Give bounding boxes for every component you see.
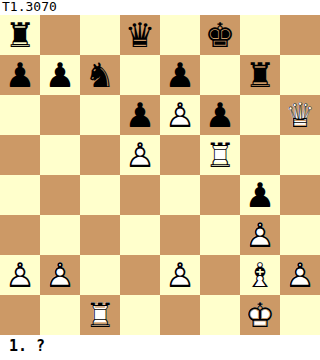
square-b2[interactable]: ♟♙ [40, 255, 80, 295]
white-rook: ♜♖ [80, 295, 120, 335]
square-b5[interactable] [40, 135, 80, 175]
square-b1[interactable] [40, 295, 80, 335]
square-h5[interactable] [280, 135, 320, 175]
square-d1[interactable] [120, 295, 160, 335]
square-d3[interactable] [120, 215, 160, 255]
white-pawn: ♟♙ [280, 255, 320, 295]
square-f3[interactable] [200, 215, 240, 255]
white-pawn: ♟♙ [120, 135, 160, 175]
square-d4[interactable] [120, 175, 160, 215]
square-e1[interactable] [160, 295, 200, 335]
square-b7[interactable]: ♟ [40, 55, 80, 95]
square-g5[interactable] [240, 135, 280, 175]
square-f1[interactable] [200, 295, 240, 335]
square-a8[interactable]: ♜ [0, 15, 40, 55]
square-b6[interactable] [40, 95, 80, 135]
square-a6[interactable] [0, 95, 40, 135]
square-f6[interactable]: ♟ [200, 95, 240, 135]
square-a4[interactable] [0, 175, 40, 215]
square-g3[interactable]: ♟♙ [240, 215, 280, 255]
square-f5[interactable]: ♜♖ [200, 135, 240, 175]
square-d8[interactable]: ♛ [120, 15, 160, 55]
square-d5[interactable]: ♟♙ [120, 135, 160, 175]
white-queen: ♛♕ [280, 95, 320, 135]
square-b8[interactable] [40, 15, 80, 55]
square-h4[interactable] [280, 175, 320, 215]
black-rook: ♜ [0, 15, 40, 55]
square-h6[interactable]: ♛♕ [280, 95, 320, 135]
white-pawn: ♟♙ [160, 255, 200, 295]
square-c3[interactable] [80, 215, 120, 255]
square-c7[interactable]: ♞ [80, 55, 120, 95]
square-c8[interactable] [80, 15, 120, 55]
square-g2[interactable]: ♝♗ [240, 255, 280, 295]
square-a3[interactable] [0, 215, 40, 255]
move-prompt: 1. ? [0, 335, 320, 360]
black-pawn: ♟ [40, 55, 80, 95]
square-c6[interactable] [80, 95, 120, 135]
square-a5[interactable] [0, 135, 40, 175]
white-pawn: ♟♙ [160, 95, 200, 135]
square-b4[interactable] [40, 175, 80, 215]
square-f4[interactable] [200, 175, 240, 215]
black-pawn: ♟ [0, 55, 40, 95]
square-c4[interactable] [80, 175, 120, 215]
square-c2[interactable] [80, 255, 120, 295]
square-e4[interactable] [160, 175, 200, 215]
black-queen: ♛ [120, 15, 160, 55]
square-e2[interactable]: ♟♙ [160, 255, 200, 295]
black-king: ♚ [200, 15, 240, 55]
square-a1[interactable] [0, 295, 40, 335]
square-a2[interactable]: ♟♙ [0, 255, 40, 295]
square-f8[interactable]: ♚ [200, 15, 240, 55]
square-f2[interactable] [200, 255, 240, 295]
square-g8[interactable] [240, 15, 280, 55]
square-d2[interactable] [120, 255, 160, 295]
square-g4[interactable]: ♟ [240, 175, 280, 215]
square-g7[interactable]: ♜ [240, 55, 280, 95]
square-h8[interactable] [280, 15, 320, 55]
square-h3[interactable] [280, 215, 320, 255]
white-pawn: ♟♙ [240, 215, 280, 255]
puzzle-title: T1.3070 [0, 0, 320, 15]
square-d7[interactable] [120, 55, 160, 95]
square-b3[interactable] [40, 215, 80, 255]
black-knight: ♞ [80, 55, 120, 95]
square-e5[interactable] [160, 135, 200, 175]
black-pawn: ♟ [240, 175, 280, 215]
square-e7[interactable]: ♟ [160, 55, 200, 95]
black-pawn: ♟ [120, 95, 160, 135]
square-c1[interactable]: ♜♖ [80, 295, 120, 335]
white-bishop: ♝♗ [240, 255, 280, 295]
white-king: ♚♔ [240, 295, 280, 335]
black-pawn: ♟ [160, 55, 200, 95]
square-a7[interactable]: ♟ [0, 55, 40, 95]
black-pawn: ♟ [200, 95, 240, 135]
white-rook: ♜♖ [200, 135, 240, 175]
square-f7[interactable] [200, 55, 240, 95]
square-h2[interactable]: ♟♙ [280, 255, 320, 295]
square-g1[interactable]: ♚♔ [240, 295, 280, 335]
black-rook: ♜ [240, 55, 280, 95]
square-e6[interactable]: ♟♙ [160, 95, 200, 135]
square-g6[interactable] [240, 95, 280, 135]
white-pawn: ♟♙ [0, 255, 40, 295]
square-h1[interactable] [280, 295, 320, 335]
square-h7[interactable] [280, 55, 320, 95]
chess-board: ♜♛♚♟♟♞♟♜♟♟♙♟♛♕♟♙♜♖♟♟♙♟♙♟♙♟♙♝♗♟♙♜♖♚♔ [0, 15, 320, 335]
square-e3[interactable] [160, 215, 200, 255]
square-c5[interactable] [80, 135, 120, 175]
white-pawn: ♟♙ [40, 255, 80, 295]
square-e8[interactable] [160, 15, 200, 55]
square-d6[interactable]: ♟ [120, 95, 160, 135]
